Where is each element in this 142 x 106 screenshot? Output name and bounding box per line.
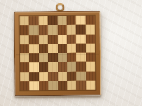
square-e4: [57, 53, 66, 62]
square-e8: [57, 16, 66, 25]
square-a5: [20, 44, 29, 53]
square-d4: [48, 53, 57, 62]
square-b5: [29, 44, 38, 53]
square-f7: [67, 25, 76, 34]
square-c7: [39, 25, 48, 34]
square-f2: [67, 71, 76, 80]
square-g1: [76, 81, 85, 90]
square-d8: [48, 16, 57, 25]
square-f8: [67, 16, 76, 25]
square-a4: [20, 53, 29, 62]
board-grid: [20, 16, 96, 91]
square-b8: [29, 16, 38, 25]
square-g3: [76, 62, 85, 71]
square-f4: [67, 53, 76, 62]
square-f3: [67, 62, 76, 71]
square-c2: [39, 72, 48, 81]
square-e5: [57, 44, 66, 53]
square-a7: [20, 25, 29, 34]
square-d5: [48, 44, 57, 53]
square-d2: [48, 71, 57, 80]
square-d3: [48, 62, 57, 71]
board-frame: [14, 11, 102, 97]
square-e7: [57, 25, 66, 34]
square-h3: [86, 62, 95, 71]
chess-board: [14, 11, 102, 97]
square-h1: [86, 80, 95, 89]
square-e2: [58, 71, 67, 80]
square-h2: [86, 71, 95, 80]
square-h6: [85, 34, 94, 43]
square-g8: [76, 16, 85, 25]
square-a8: [20, 16, 29, 25]
square-d6: [48, 35, 57, 44]
square-h5: [86, 43, 95, 52]
square-f6: [67, 34, 76, 43]
square-d7: [48, 25, 57, 34]
square-b4: [29, 53, 38, 62]
square-a6: [20, 35, 29, 44]
square-c5: [39, 44, 48, 53]
square-h8: [85, 16, 94, 25]
square-g7: [76, 25, 85, 34]
square-b6: [29, 35, 38, 44]
square-h4: [86, 53, 95, 62]
square-f5: [67, 44, 76, 53]
square-b2: [30, 72, 39, 81]
square-c4: [39, 53, 48, 62]
square-a2: [20, 72, 29, 81]
square-g4: [76, 53, 85, 62]
square-c8: [38, 16, 47, 25]
square-c3: [39, 62, 48, 71]
square-b3: [29, 62, 38, 71]
square-d1: [48, 81, 57, 90]
square-e1: [58, 81, 67, 90]
square-a1: [20, 81, 29, 90]
square-f1: [67, 81, 76, 90]
square-c6: [39, 35, 48, 44]
square-g2: [76, 71, 85, 80]
square-b1: [30, 81, 39, 90]
square-e3: [58, 62, 67, 71]
square-c1: [39, 81, 48, 90]
square-b7: [29, 25, 38, 34]
square-a3: [20, 62, 29, 71]
wall-background: [0, 0, 142, 106]
square-e6: [57, 34, 66, 43]
square-g6: [76, 34, 85, 43]
square-g5: [76, 44, 85, 53]
square-h7: [85, 25, 94, 34]
